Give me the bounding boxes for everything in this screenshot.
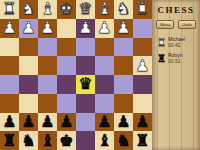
square-a8[interactable]: ♜	[133, 131, 152, 150]
square-b8[interactable]: ♞	[114, 131, 133, 150]
black-rook-icon: ♜	[157, 53, 166, 64]
black-bishop[interactable]: ♝	[97, 132, 111, 150]
square-f4[interactable]	[38, 56, 57, 75]
square-d4[interactable]	[76, 56, 95, 75]
square-e1[interactable]: ♚	[57, 0, 76, 19]
square-f5[interactable]	[38, 75, 57, 94]
square-b1[interactable]: ♞	[114, 0, 133, 19]
square-c3[interactable]	[95, 38, 114, 57]
app-title: CHESS	[157, 5, 194, 15]
square-b4[interactable]	[114, 56, 133, 75]
square-f7[interactable]: ♟	[38, 113, 57, 132]
square-f3[interactable]	[38, 38, 57, 57]
square-b2[interactable]: ♟	[114, 19, 133, 38]
square-e5[interactable]	[57, 75, 76, 94]
square-g5[interactable]	[19, 75, 38, 94]
white-bishop[interactable]: ♝	[97, 0, 111, 18]
square-g1[interactable]: ♞	[19, 0, 38, 19]
square-d6[interactable]	[76, 94, 95, 113]
menu-button[interactable]: Menu	[156, 20, 174, 29]
white-pawn[interactable]: ♟	[21, 19, 35, 37]
black-queen[interactable]: ♛	[78, 75, 92, 93]
square-e7[interactable]: ♟	[57, 113, 76, 132]
square-e6[interactable]	[57, 94, 76, 113]
white-rook[interactable]: ♜	[135, 0, 149, 18]
square-h1[interactable]: ♜	[0, 0, 19, 19]
square-g8[interactable]: ♞	[19, 131, 38, 150]
square-c4[interactable]	[95, 56, 114, 75]
white-rook[interactable]: ♜	[2, 0, 16, 18]
square-f6[interactable]	[38, 94, 57, 113]
white-rook-icon: ♜	[157, 37, 166, 48]
square-e4[interactable]	[57, 56, 76, 75]
square-c2[interactable]: ♟	[95, 19, 114, 38]
square-g4[interactable]	[19, 56, 38, 75]
square-a5[interactable]	[133, 75, 152, 94]
square-d3[interactable]	[76, 38, 95, 57]
black-pawn[interactable]: ♟	[40, 113, 54, 131]
square-g3[interactable]	[19, 38, 38, 57]
black-pawn[interactable]: ♟	[59, 113, 73, 131]
square-e2[interactable]	[57, 19, 76, 38]
white-pawn[interactable]: ♟	[116, 19, 130, 37]
square-a4[interactable]: ♟	[133, 56, 152, 75]
black-pawn[interactable]: ♟	[97, 113, 111, 131]
white-knight[interactable]: ♞	[116, 0, 130, 18]
black-knight[interactable]: ♞	[116, 132, 130, 150]
square-b3[interactable]	[114, 38, 133, 57]
white-knight[interactable]: ♞	[21, 0, 35, 18]
square-c1[interactable]: ♝	[95, 0, 114, 19]
black-pawn[interactable]: ♟	[135, 113, 149, 131]
square-g7[interactable]: ♟	[19, 113, 38, 132]
white-pawn[interactable]: ♟	[97, 19, 111, 37]
chess-board: ♜♞♝♚♛♝♞♜♟♟♟♟♟♟♟♛♟♟♟♟♟♟♟♜♞♝♚♝♞♜	[0, 0, 152, 150]
square-d2[interactable]: ♟	[76, 19, 95, 38]
square-a6[interactable]	[133, 94, 152, 113]
square-e3[interactable]	[57, 38, 76, 57]
white-king[interactable]: ♚	[59, 0, 73, 18]
undo-button[interactable]: Undo	[178, 20, 196, 29]
player-row-black: ♜ Robyn 00:51	[157, 52, 185, 64]
square-h7[interactable]: ♟	[0, 113, 19, 132]
square-b7[interactable]: ♟	[114, 113, 133, 132]
square-d8[interactable]	[76, 131, 95, 150]
player-clock: 00:51	[168, 58, 182, 64]
square-a2[interactable]	[133, 19, 152, 38]
toolbar: Menu Undo	[156, 20, 196, 29]
square-d1[interactable]: ♛	[76, 0, 95, 19]
sidebar: CHESS Menu Undo ♜ Michael 00:42 ♜ Robyn …	[152, 0, 200, 150]
square-f1[interactable]: ♝	[38, 0, 57, 19]
square-e8[interactable]: ♚	[57, 131, 76, 150]
black-pawn[interactable]: ♟	[116, 113, 130, 131]
square-c8[interactable]: ♝	[95, 131, 114, 150]
square-a1[interactable]: ♜	[133, 0, 152, 19]
square-h6[interactable]	[0, 94, 19, 113]
black-pawn[interactable]: ♟	[2, 113, 16, 131]
white-bishop[interactable]: ♝	[40, 0, 54, 18]
player-row-white: ♜ Michael 00:42	[157, 36, 185, 48]
square-d7[interactable]	[76, 113, 95, 132]
player-list: ♜ Michael 00:42 ♜ Robyn 00:51	[157, 32, 185, 64]
square-h4[interactable]	[0, 56, 19, 75]
black-rook[interactable]: ♜	[2, 132, 16, 150]
square-h3[interactable]	[0, 38, 19, 57]
square-g2[interactable]: ♟	[19, 19, 38, 38]
square-a7[interactable]: ♟	[133, 113, 152, 132]
white-pawn[interactable]: ♟	[40, 19, 54, 37]
white-queen[interactable]: ♛	[78, 0, 92, 18]
square-h2[interactable]: ♟	[0, 19, 19, 38]
white-pawn[interactable]: ♟	[135, 57, 149, 75]
black-pawn[interactable]: ♟	[21, 113, 35, 131]
white-pawn[interactable]: ♟	[2, 19, 16, 37]
square-f8[interactable]: ♝	[38, 131, 57, 150]
chess-app-window: ♜♞♝♚♛♝♞♜♟♟♟♟♟♟♟♛♟♟♟♟♟♟♟♜♞♝♚♝♞♜ CHESS Men…	[0, 0, 200, 150]
black-knight[interactable]: ♞	[21, 132, 35, 150]
black-bishop[interactable]: ♝	[40, 132, 54, 150]
black-rook[interactable]: ♜	[135, 132, 149, 150]
player-clock: 00:42	[168, 42, 185, 48]
square-c6[interactable]	[95, 94, 114, 113]
square-c5[interactable]	[95, 75, 114, 94]
square-f2[interactable]: ♟	[38, 19, 57, 38]
square-g6[interactable]	[19, 94, 38, 113]
square-c7[interactable]: ♟	[95, 113, 114, 132]
square-b6[interactable]	[114, 94, 133, 113]
square-h8[interactable]: ♜	[0, 131, 19, 150]
square-a3[interactable]	[133, 38, 152, 57]
white-pawn[interactable]: ♟	[78, 19, 92, 37]
black-king[interactable]: ♚	[59, 132, 73, 150]
square-h5[interactable]	[0, 75, 19, 94]
square-d5[interactable]: ♛	[76, 75, 95, 94]
square-b5[interactable]	[114, 75, 133, 94]
